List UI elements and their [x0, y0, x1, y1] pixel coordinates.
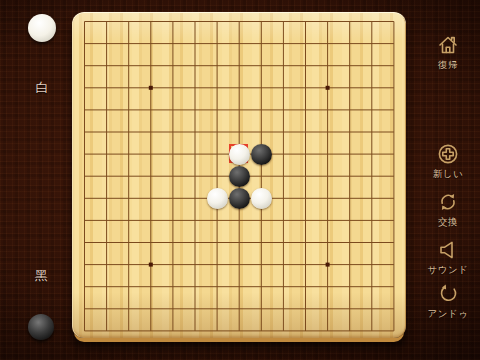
go-board[interactable]: [72, 12, 406, 338]
white-stone: [229, 144, 250, 165]
home-icon: [436, 33, 460, 57]
new-game-icon: [436, 142, 460, 166]
stones-layer: [84, 21, 395, 332]
menu-label-swap: 交換: [438, 216, 458, 229]
black-player-stone: [28, 314, 54, 340]
white-player-stone: [28, 14, 56, 42]
menu-label-home: 復帰: [438, 59, 458, 72]
white-player-label: 白: [27, 79, 57, 97]
white-stone: [251, 188, 272, 209]
menu-item-home[interactable]: 復帰: [416, 33, 480, 72]
menu-item-new-game[interactable]: 新しい: [416, 142, 480, 181]
menu-label-undo: アンドゥ: [428, 308, 469, 321]
black-stone: [251, 144, 272, 165]
swap-icon: [436, 190, 460, 214]
gomoku-app: 白 黑 復帰 新しい 交換: [0, 0, 480, 360]
white-stone: [207, 188, 228, 209]
menu-label-new-game: 新しい: [433, 168, 463, 181]
menu-item-undo[interactable]: アンドゥ: [416, 282, 480, 321]
menu-label-sound: サウンド: [428, 264, 469, 277]
black-stone: [229, 188, 250, 209]
undo-icon: [436, 282, 460, 306]
menu-item-sound[interactable]: サウンド: [416, 238, 480, 277]
black-stone: [229, 166, 250, 187]
sound-icon: [436, 238, 460, 262]
black-player-label: 黑: [26, 267, 56, 285]
menu-item-swap[interactable]: 交換: [416, 190, 480, 229]
